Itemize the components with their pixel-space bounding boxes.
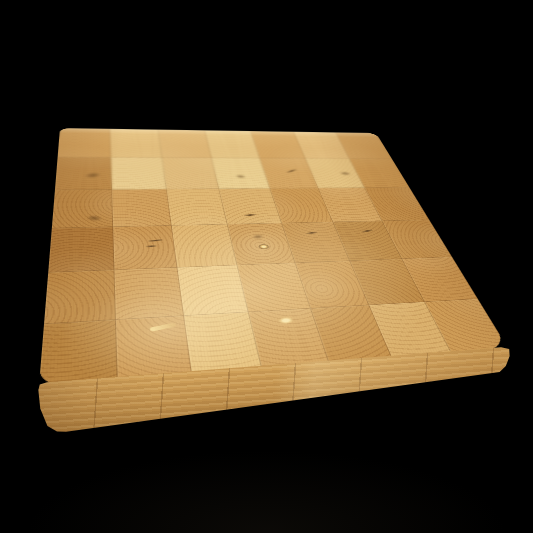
dark-patch (83, 171, 102, 179)
gold-streak (150, 322, 177, 331)
end-grain-block (115, 267, 185, 320)
dark-patch (85, 215, 103, 222)
end-grain-block (48, 227, 114, 272)
end-grain-block (110, 129, 162, 158)
board-top-face-sharp (39, 128, 508, 386)
dark-patch (339, 172, 352, 176)
dark-streak (306, 232, 318, 235)
gold-knot (256, 244, 270, 250)
cutting-board (39, 128, 508, 386)
dark-streak (286, 169, 297, 173)
end-grain-block (159, 130, 212, 158)
end-grain-block (111, 157, 167, 189)
end-grain-block (39, 320, 118, 386)
end-grain-block (178, 265, 249, 316)
dark-streak (361, 229, 373, 232)
end-grain-block (55, 157, 112, 190)
dark-streak (244, 214, 257, 216)
photo-background: { "scene": { "type": "photograph", "subj… (0, 0, 533, 533)
dark-streak (146, 245, 157, 247)
end-grain-block (58, 128, 112, 157)
end-grain-block (116, 316, 192, 379)
background-vignette (0, 423, 533, 533)
dark-streak (148, 239, 163, 242)
end-grain-block (52, 190, 113, 228)
scene (0, 0, 533, 533)
end-grain-block (167, 189, 228, 226)
end-grain-block (112, 189, 172, 227)
dark-patch (235, 174, 246, 179)
end-grain-block (113, 226, 177, 270)
end-grain-block (44, 270, 116, 324)
end-grain-block (172, 224, 238, 267)
gold-patch (275, 315, 297, 326)
end-grain-block (163, 158, 220, 190)
dark-patch (251, 234, 265, 240)
